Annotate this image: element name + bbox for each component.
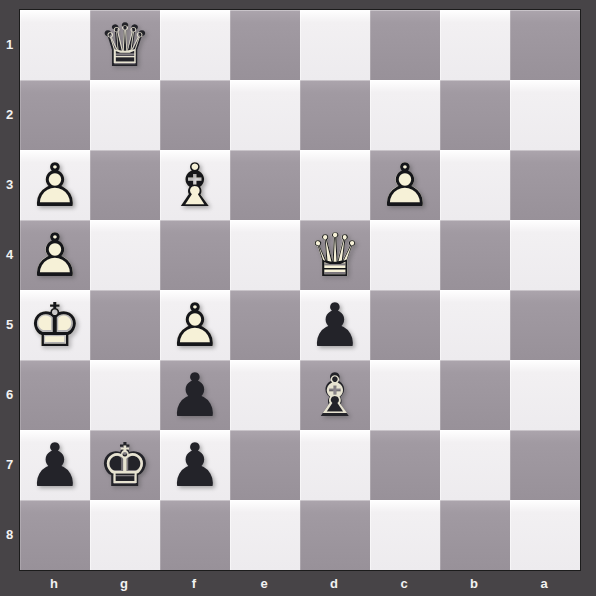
square-g3[interactable] [90,150,160,220]
piece-white-pawn[interactable]: ♟♙ [20,150,90,220]
square-g4[interactable] [90,220,160,290]
square-f2[interactable] [160,80,230,150]
white-pawn-outline-glyph: ♙ [28,220,82,290]
board: ♛♕♟♙♝♗♟♙♟♙♛♕♚♔♟♙♟♟♝♗♟♚♔♟ [19,9,581,571]
black-bishop-detail-glyph: ♗ [312,365,358,425]
square-b1[interactable] [440,10,510,80]
square-f6[interactable]: ♟ [160,360,230,430]
white-pawn-outline-glyph: ♙ [28,150,82,220]
square-e4[interactable] [230,220,300,290]
rank-label-7: 7 [0,429,19,499]
white-king-outline-glyph: ♔ [28,290,82,360]
square-d8[interactable] [300,500,370,570]
square-h5[interactable]: ♚♔ [20,290,90,360]
square-h1[interactable] [20,10,90,80]
square-g1[interactable]: ♛♕ [90,10,160,80]
square-e7[interactable] [230,430,300,500]
square-a4[interactable] [510,220,580,290]
square-h4[interactable]: ♟♙ [20,220,90,290]
black-pawn-fill-glyph: ♟ [168,360,222,430]
square-a8[interactable] [510,500,580,570]
piece-white-pawn[interactable]: ♟♙ [160,290,230,360]
white-pawn-outline-glyph: ♙ [168,290,222,360]
rank-label-4: 4 [0,219,19,289]
black-queen-detail-glyph: ♕ [102,15,148,75]
rank-label-5: 5 [0,289,19,359]
square-b6[interactable] [440,360,510,430]
file-label-g: g [89,571,159,596]
square-b2[interactable] [440,80,510,150]
piece-black-pawn[interactable]: ♟ [160,430,230,500]
square-d1[interactable] [300,10,370,80]
square-c8[interactable] [370,500,440,570]
square-e5[interactable] [230,290,300,360]
square-f8[interactable] [160,500,230,570]
square-d3[interactable] [300,150,370,220]
square-e6[interactable] [230,360,300,430]
square-d7[interactable] [300,430,370,500]
black-pawn-fill-glyph: ♟ [28,430,82,500]
square-h3[interactable]: ♟♙ [20,150,90,220]
square-h8[interactable] [20,500,90,570]
file-label-b: b [439,571,509,596]
file-label-e: e [229,571,299,596]
square-c6[interactable] [370,360,440,430]
white-bishop-outline-glyph: ♗ [168,150,222,220]
square-c3[interactable]: ♟♙ [370,150,440,220]
square-c5[interactable] [370,290,440,360]
piece-white-queen[interactable]: ♛♕ [300,220,370,290]
square-b3[interactable] [440,150,510,220]
square-c4[interactable] [370,220,440,290]
rank-labels: 12345678 [0,9,19,569]
square-f5[interactable]: ♟♙ [160,290,230,360]
file-label-a: a [509,571,579,596]
white-pawn-outline-glyph: ♙ [378,150,432,220]
rank-label-3: 3 [0,149,19,219]
square-a6[interactable] [510,360,580,430]
piece-black-king[interactable]: ♚♔ [90,430,160,500]
piece-black-bishop[interactable]: ♝♗ [300,360,370,430]
square-a7[interactable] [510,430,580,500]
square-a2[interactable] [510,80,580,150]
square-e1[interactable] [230,10,300,80]
square-g6[interactable] [90,360,160,430]
square-h2[interactable] [20,80,90,150]
square-h7[interactable]: ♟ [20,430,90,500]
black-pawn-fill-glyph: ♟ [168,430,222,500]
square-c7[interactable] [370,430,440,500]
square-g8[interactable] [90,500,160,570]
square-e3[interactable] [230,150,300,220]
square-g7[interactable]: ♚♔ [90,430,160,500]
piece-black-pawn[interactable]: ♟ [160,360,230,430]
square-d2[interactable] [300,80,370,150]
white-queen-outline-glyph: ♕ [308,220,362,290]
square-g2[interactable] [90,80,160,150]
square-d5[interactable]: ♟ [300,290,370,360]
black-pawn-fill-glyph: ♟ [308,290,362,360]
square-h6[interactable] [20,360,90,430]
square-e2[interactable] [230,80,300,150]
square-d4[interactable]: ♛♕ [300,220,370,290]
square-f1[interactable] [160,10,230,80]
rank-label-6: 6 [0,359,19,429]
file-label-h: h [19,571,89,596]
square-b7[interactable] [440,430,510,500]
black-king-detail-glyph: ♔ [102,435,148,495]
square-g5[interactable] [90,290,160,360]
chess-board-frame: 12345678 ♛♕♟♙♝♗♟♙♟♙♛♕♚♔♟♙♟♟♝♗♟♚♔♟ hgfedc… [0,0,596,596]
piece-black-pawn[interactable]: ♟ [300,290,370,360]
square-f7[interactable]: ♟ [160,430,230,500]
square-f4[interactable] [160,220,230,290]
piece-white-bishop[interactable]: ♝♗ [160,150,230,220]
piece-white-pawn[interactable]: ♟♙ [20,220,90,290]
square-a3[interactable] [510,150,580,220]
rank-label-8: 8 [0,499,19,569]
square-a1[interactable] [510,10,580,80]
square-c1[interactable] [370,10,440,80]
square-b8[interactable] [440,500,510,570]
square-b4[interactable] [440,220,510,290]
square-c2[interactable] [370,80,440,150]
piece-black-queen[interactable]: ♛♕ [90,10,160,80]
piece-white-pawn[interactable]: ♟♙ [370,150,440,220]
square-e8[interactable] [230,500,300,570]
file-labels: hgfedcba [19,571,579,596]
piece-black-pawn[interactable]: ♟ [20,430,90,500]
rank-label-2: 2 [0,79,19,149]
file-label-f: f [159,571,229,596]
rank-label-1: 1 [0,9,19,79]
piece-white-king[interactable]: ♚♔ [20,290,90,360]
square-d6[interactable]: ♝♗ [300,360,370,430]
file-label-c: c [369,571,439,596]
square-a5[interactable] [510,290,580,360]
file-label-d: d [299,571,369,596]
square-b5[interactable] [440,290,510,360]
square-f3[interactable]: ♝♗ [160,150,230,220]
